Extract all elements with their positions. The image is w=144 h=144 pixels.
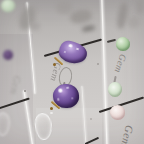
facet-highlight [58,88,62,92]
blurred-printed-line [82,25,96,33]
green-bead-right-card [116,37,130,51]
facet-highlight [64,51,66,53]
gold-pin-head [53,63,56,66]
facet-highlight [71,97,73,99]
facet-highlight [76,48,79,51]
purple-bead-left-edge [3,50,13,60]
pale-green-bead-right-card [108,82,122,97]
blurred-blob [30,22,40,30]
speck [50,112,53,114]
blurred-wire-blob [116,1,130,29]
gem-script-bottom-right-card: Gem [119,124,136,144]
facet-highlight [57,98,59,101]
speck [97,63,99,65]
pink-iridescent-bead [110,105,125,120]
photo-gem-bead-sample-cards: Gem Gem Gem Gem Gem [0,0,144,144]
facet-highlight [68,44,73,48]
speck [24,90,26,92]
facet-highlight [66,87,69,89]
blurred-blob [56,0,72,14]
speck [90,118,92,120]
pale-green-bead-top-left [1,0,15,12]
blurred-blob [136,0,144,14]
blurred-bead-blob [69,8,93,25]
gold-pin-head [50,107,53,110]
gem-script-right-card: Gem [113,53,128,74]
blurred-bead-blob [128,16,140,28]
printed-line-right-stub [107,39,116,43]
